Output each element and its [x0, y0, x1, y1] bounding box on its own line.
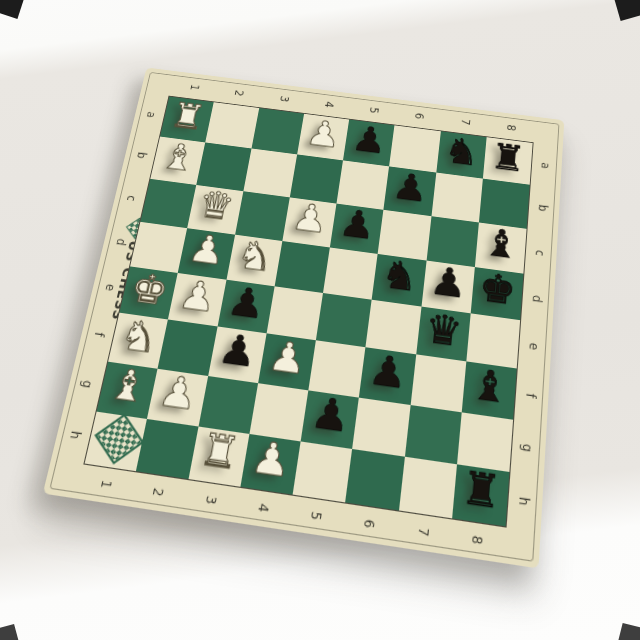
square-b6: ♟ [384, 167, 436, 216]
white-knight-d3: ♞ [227, 235, 282, 279]
square-d8: ♚ [470, 267, 523, 320]
white-queen-c2: ♛ [189, 185, 243, 227]
black-bishop-c8: ♝ [475, 223, 526, 267]
white-pawn-e2: ♟ [170, 274, 226, 320]
square-h8: ♜ [452, 464, 510, 526]
white-rook-h3: ♜ [190, 427, 250, 479]
corner-logo-diamond-icon [94, 414, 144, 465]
square-d4 [274, 241, 330, 293]
square-f7 [410, 355, 466, 412]
square-a4: ♟ [297, 114, 349, 161]
square-h7 [398, 456, 456, 518]
photo-corner-artifact-bottom-right [616, 623, 640, 640]
white-pawn-f4: ♟ [259, 334, 315, 382]
square-b4 [290, 155, 343, 204]
black-rook-h8: ♜ [453, 465, 510, 518]
square-c3 [235, 191, 290, 241]
square-c4: ♟ [282, 197, 336, 247]
square-a6 [389, 125, 440, 172]
square-g6 [352, 397, 410, 456]
square-c7 [426, 216, 479, 267]
white-pawn-h4: ♟ [242, 435, 301, 487]
square-e5 [316, 293, 372, 348]
white-pawn-d2: ♟ [179, 229, 234, 273]
black-queen-e7: ♛ [417, 307, 471, 354]
white-knight-f1: ♞ [110, 314, 168, 361]
black-knight-d6: ♞ [373, 255, 426, 300]
square-e8 [466, 313, 520, 368]
square-e3: ♟ [217, 280, 274, 334]
square-g3 [198, 375, 258, 433]
square-g8 [457, 412, 513, 472]
square-b2 [197, 143, 251, 191]
square-a3 [251, 108, 304, 155]
black-king-d8: ♚ [471, 268, 523, 313]
white-pawn-c4: ♟ [283, 198, 336, 241]
square-f3: ♟ [208, 327, 267, 383]
square-b3 [243, 149, 297, 197]
board-grid: ♜♟♟♞♜♝♟♛♟♟♝♟♞♞♟♚♚♟♟♛♞♟♟♟♝♝♟♟♜♟♜ [85, 97, 533, 527]
square-h3: ♜ [188, 426, 249, 487]
square-a7: ♞ [436, 131, 487, 179]
square-d2: ♟ [178, 228, 235, 280]
square-f4: ♟ [258, 334, 316, 390]
square-e4 [266, 286, 323, 340]
square-f5 [308, 341, 365, 398]
square-h4: ♟ [240, 434, 301, 495]
square-h6 [345, 449, 404, 511]
square-c2: ♛ [187, 185, 243, 235]
square-c6 [378, 209, 431, 260]
square-a5: ♟ [343, 120, 395, 167]
chess-board-mat: 12345678 12345678 abcdefgh abcdefgh US C… [43, 68, 565, 569]
square-e2: ♟ [168, 273, 226, 327]
square-d7: ♟ [421, 260, 475, 313]
white-king-e1: ♚ [121, 267, 178, 312]
square-g4 [249, 383, 308, 442]
black-pawn-f3: ♟ [209, 327, 266, 375]
square-e6 [366, 300, 421, 355]
white-pawn-g2: ♟ [149, 369, 208, 418]
square-c5: ♟ [330, 203, 384, 254]
photo-corner-artifact-top-left [0, 0, 25, 19]
black-pawn-c5: ♟ [331, 204, 384, 247]
square-g5: ♟ [301, 390, 359, 449]
square-h5 [293, 441, 353, 502]
square-a2 [205, 102, 258, 148]
square-d5 [323, 247, 378, 299]
black-pawn-g5: ♟ [302, 391, 359, 441]
square-e7: ♛ [416, 307, 471, 362]
white-bishop-b1: ♝ [152, 137, 205, 178]
photo-scene: { "game": "chess", "scene": { "descripti… [0, 0, 640, 640]
square-a8: ♜ [483, 137, 533, 185]
square-b7 [431, 173, 483, 222]
black-pawn-d7: ♟ [422, 261, 475, 306]
square-b5 [337, 161, 390, 210]
corner-logo [90, 411, 148, 467]
black-pawn-b6: ♟ [385, 167, 436, 209]
black-pawn-f6: ♟ [360, 348, 415, 396]
white-bishop-g1: ♝ [98, 362, 157, 411]
black-rook-a8: ♜ [483, 138, 532, 179]
black-knight-a7: ♞ [437, 132, 487, 173]
square-d3: ♞ [226, 234, 282, 286]
square-d6: ♞ [372, 254, 426, 307]
photo-corner-artifact-bottom-left [0, 624, 21, 640]
white-rook-a1: ♜ [161, 97, 213, 136]
square-f6: ♟ [359, 348, 416, 405]
black-bishop-f8: ♝ [462, 362, 516, 411]
black-pawn-e3: ♟ [218, 280, 274, 326]
white-pawn-a4: ♟ [298, 114, 349, 154]
square-b8 [479, 179, 530, 229]
square-c8: ♝ [475, 222, 527, 273]
photo-corner-artifact-top-right [613, 0, 640, 21]
black-pawn-a5: ♟ [344, 120, 395, 160]
square-g7 [404, 404, 461, 464]
square-f8: ♝ [462, 362, 517, 420]
